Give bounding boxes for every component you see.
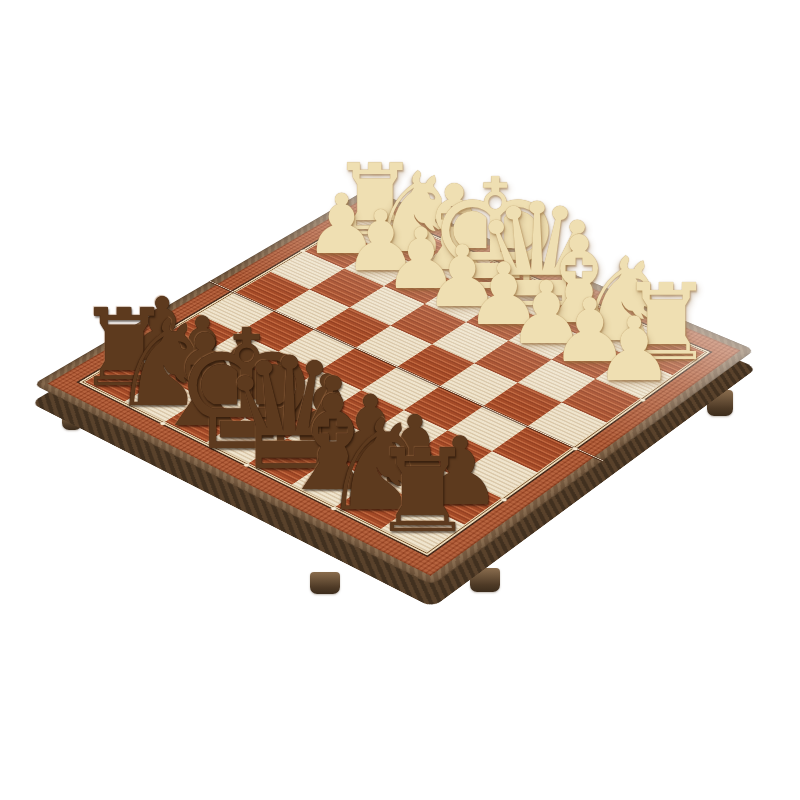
scene: ♜♞♝♚♛♝♞♜♟♟♟♟♟♟♟♟♟♟♟♟♟♟♟♟♜♞♝♚♛♝♞♜	[0, 0, 800, 800]
rivet-dot	[500, 498, 508, 502]
chess-board	[141, 111, 653, 623]
rivet-dot	[330, 506, 338, 510]
rivet-dot	[159, 421, 166, 425]
board-surface	[33, 189, 754, 586]
